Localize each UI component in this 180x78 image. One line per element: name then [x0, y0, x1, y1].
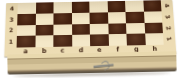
square-f3: [107, 12, 125, 23]
box-lid: 44332211abcdefgh: [4, 0, 176, 57]
square-h1: [145, 33, 164, 45]
rank-label-left-4: 4: [6, 3, 18, 14]
clasp-latch-icon: [93, 61, 113, 71]
square-d2: [72, 24, 90, 36]
square-g2: [126, 22, 145, 34]
rank-label-left-1: 1: [5, 36, 17, 48]
chess-box: 44332211abcdefgh: [0, 0, 180, 78]
square-a4: [17, 3, 35, 14]
square-c4: [53, 2, 71, 13]
chess-box-photo: 44332211abcdefgh: [0, 0, 180, 78]
square-c2: [53, 24, 71, 36]
square-e4: [89, 1, 107, 12]
box-front-face: [7, 51, 176, 74]
rank-label-right-1: 1: [162, 32, 176, 46]
square-e2: [90, 23, 108, 35]
square-g1: [126, 34, 145, 46]
square-h2: [144, 22, 163, 34]
square-b2: [35, 24, 53, 36]
chessboard-grid: 44332211abcdefgh: [4, 0, 176, 57]
square-d3: [71, 12, 89, 23]
rank-label-left-2: 2: [5, 25, 17, 36]
rank-label-left-3: 3: [5, 14, 17, 25]
square-e3: [89, 12, 107, 23]
square-f2: [108, 23, 127, 35]
square-h4: [143, 0, 162, 11]
square-a2: [17, 25, 35, 37]
square-a3: [17, 14, 35, 25]
square-b3: [35, 13, 53, 24]
square-h3: [143, 11, 162, 22]
square-f4: [107, 1, 125, 12]
square-c1: [53, 35, 71, 47]
square-d1: [72, 35, 90, 47]
square-e1: [90, 34, 109, 46]
square-a1: [17, 36, 36, 48]
square-d4: [71, 2, 89, 13]
square-b4: [35, 2, 53, 13]
square-f1: [108, 34, 127, 46]
square-b1: [35, 35, 53, 47]
square-g3: [125, 11, 144, 22]
square-c3: [53, 13, 71, 24]
square-g4: [125, 1, 143, 12]
